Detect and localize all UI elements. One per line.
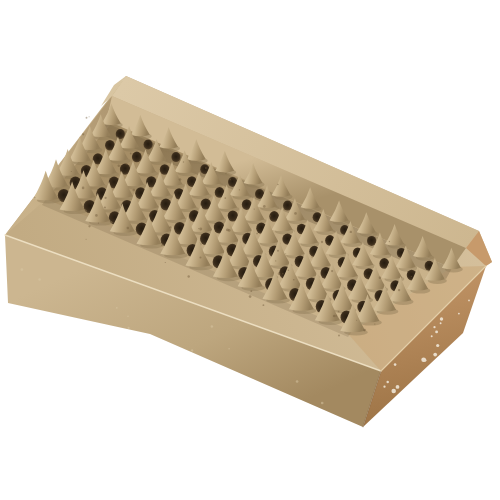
speck-dot xyxy=(433,353,437,357)
speck-dot xyxy=(21,268,24,271)
vent-hole xyxy=(132,152,142,163)
speck-dot xyxy=(211,325,213,327)
speck-dot xyxy=(389,241,390,242)
speck-dot xyxy=(191,349,193,351)
speck-dot xyxy=(311,256,313,258)
speck-dot xyxy=(282,273,284,275)
speck-dot xyxy=(433,326,435,328)
speck-dot xyxy=(275,260,276,261)
speck-dot xyxy=(34,197,36,199)
speck-dot xyxy=(350,231,352,233)
speck-dot xyxy=(226,229,229,232)
speck-dot xyxy=(292,298,294,300)
speck-dot xyxy=(205,167,207,169)
speck-dot xyxy=(338,311,340,313)
speck-dot xyxy=(199,256,201,258)
speck-dot xyxy=(127,315,129,317)
speck-dot xyxy=(374,323,375,324)
speck-dot xyxy=(331,270,333,272)
speck-dot xyxy=(127,327,129,329)
speck-dot xyxy=(130,153,132,155)
speck-dot xyxy=(440,317,443,320)
speck-dot xyxy=(207,198,208,199)
speck-dot xyxy=(458,313,460,315)
speck-dot xyxy=(86,117,88,119)
speck-dot xyxy=(229,179,231,181)
speck-dot xyxy=(277,184,279,186)
speck-dot xyxy=(391,389,396,394)
speck-dot xyxy=(86,239,87,240)
speck-dot xyxy=(364,275,365,276)
speck-dot xyxy=(38,278,41,281)
product-photo xyxy=(0,0,500,500)
speck-dot xyxy=(386,381,388,383)
speck-dot xyxy=(104,206,106,208)
speck-dot xyxy=(436,344,439,347)
speck-dot xyxy=(161,244,163,246)
speck-dot xyxy=(333,315,336,318)
speck-dot xyxy=(88,225,90,227)
speck-dot xyxy=(225,173,226,174)
speck-dot xyxy=(104,197,106,199)
speck-dot xyxy=(199,228,202,231)
speck-dot xyxy=(227,246,229,248)
speck-dot xyxy=(321,402,324,405)
speck-dot xyxy=(321,241,323,243)
speck-dot xyxy=(396,385,400,389)
speck-dot xyxy=(411,276,412,277)
speck-dot xyxy=(254,209,255,210)
speck-dot xyxy=(188,275,190,277)
speck-dot xyxy=(311,286,312,287)
speck-dot xyxy=(398,289,400,291)
speck-dot xyxy=(335,315,337,317)
speck-dot xyxy=(262,304,264,306)
speck-dot xyxy=(82,187,85,190)
speck-dot xyxy=(338,335,340,337)
vent-hole xyxy=(171,152,180,162)
speck-dot xyxy=(71,171,72,172)
speck-dot xyxy=(379,277,381,279)
speck-dot xyxy=(95,214,98,217)
speck-dot xyxy=(277,250,279,252)
speck-dot xyxy=(440,322,442,324)
speck-dot xyxy=(394,363,397,366)
speck-dot xyxy=(388,265,389,266)
speck-dot xyxy=(118,165,121,168)
speck-dot xyxy=(435,330,438,333)
speck-dot xyxy=(228,348,230,350)
speck-dot xyxy=(250,290,252,292)
speck-dot xyxy=(256,233,258,235)
speck-dot xyxy=(89,116,90,117)
speck-dot xyxy=(125,163,127,165)
speck-dot xyxy=(179,178,182,181)
speck-dot xyxy=(198,228,199,229)
vent-hole xyxy=(116,129,125,139)
speck-dot xyxy=(285,253,286,254)
speck-dot xyxy=(263,205,266,208)
speck-dot xyxy=(288,270,289,271)
speck-dot xyxy=(132,189,135,192)
speck-dot xyxy=(293,279,295,281)
speck-dot xyxy=(116,307,118,309)
speck-dot xyxy=(169,226,171,228)
speck-dot xyxy=(183,161,184,162)
speck-dot xyxy=(468,300,470,302)
speck-dot xyxy=(421,357,426,362)
speck-dot xyxy=(383,386,385,388)
vent-hole xyxy=(367,236,376,246)
product-photo-figure xyxy=(0,0,500,500)
speck-dot xyxy=(294,212,297,215)
speck-dot xyxy=(363,329,366,332)
speck-dot xyxy=(239,189,240,190)
speck-dot xyxy=(165,262,166,263)
speck-dot xyxy=(278,272,281,275)
speck-dot xyxy=(82,133,84,135)
speck-dot xyxy=(269,215,271,217)
speck-dot xyxy=(296,380,299,383)
speck-dot xyxy=(249,295,252,298)
speck-dot xyxy=(98,222,99,223)
speck-dot xyxy=(224,197,226,199)
speck-dot xyxy=(431,335,433,337)
vent-hole xyxy=(144,140,153,150)
speck-dot xyxy=(356,320,357,321)
speck-dot xyxy=(127,227,130,230)
